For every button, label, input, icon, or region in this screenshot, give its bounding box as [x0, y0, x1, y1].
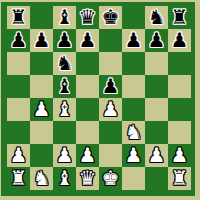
- square-h8[interactable]: ♜: [168, 6, 191, 29]
- square-c7[interactable]: ♟: [53, 29, 76, 52]
- square-b1[interactable]: ♞: [30, 167, 53, 190]
- square-d2[interactable]: ♟: [76, 144, 99, 167]
- white-king[interactable]: ♚: [102, 167, 120, 190]
- square-f7[interactable]: ♟: [122, 29, 145, 52]
- square-f6[interactable]: [122, 52, 145, 75]
- square-e6[interactable]: [99, 52, 122, 75]
- square-d1[interactable]: ♛: [76, 167, 99, 190]
- square-f4[interactable]: [122, 98, 145, 121]
- square-a6[interactable]: [7, 52, 30, 75]
- square-c1[interactable]: ♝: [53, 167, 76, 190]
- square-b4[interactable]: ♟: [30, 98, 53, 121]
- chess-board[interactable]: ♜♝♛♚♞♜♟♟♟♟♟♟♟♞♝♟♟♝♟♞♟♟♟♟♟♟♜♞♝♛♚♜: [7, 6, 191, 190]
- black-pawn[interactable]: ♟: [56, 29, 74, 52]
- white-knight[interactable]: ♞: [125, 121, 143, 144]
- white-pawn[interactable]: ♟: [10, 144, 28, 167]
- square-e7[interactable]: [99, 29, 122, 52]
- black-pawn[interactable]: ♟: [171, 29, 189, 52]
- square-c6[interactable]: ♞: [53, 52, 76, 75]
- square-d6[interactable]: [76, 52, 99, 75]
- square-d5[interactable]: [76, 75, 99, 98]
- black-queen[interactable]: ♛: [79, 6, 97, 29]
- square-g5[interactable]: [145, 75, 168, 98]
- white-rook[interactable]: ♜: [171, 167, 189, 190]
- white-pawn[interactable]: ♟: [102, 98, 120, 121]
- white-pawn[interactable]: ♟: [33, 98, 51, 121]
- square-d8[interactable]: ♛: [76, 6, 99, 29]
- square-f5[interactable]: [122, 75, 145, 98]
- square-e5[interactable]: ♟: [99, 75, 122, 98]
- black-rook[interactable]: ♜: [10, 6, 28, 29]
- square-e3[interactable]: [99, 121, 122, 144]
- square-b7[interactable]: ♟: [30, 29, 53, 52]
- square-a5[interactable]: [7, 75, 30, 98]
- white-rook[interactable]: ♜: [10, 167, 28, 190]
- black-pawn[interactable]: ♟: [79, 29, 97, 52]
- square-f8[interactable]: [122, 6, 145, 29]
- square-b3[interactable]: [30, 121, 53, 144]
- page-background: ♜♝♛♚♞♜♟♟♟♟♟♟♟♞♝♟♟♝♟♞♟♟♟♟♟♟♜♞♝♛♚♜: [0, 0, 200, 200]
- square-f3[interactable]: ♞: [122, 121, 145, 144]
- white-knight[interactable]: ♞: [33, 167, 51, 190]
- square-g8[interactable]: ♞: [145, 6, 168, 29]
- square-h4[interactable]: [168, 98, 191, 121]
- black-bishop[interactable]: ♝: [56, 6, 74, 29]
- black-pawn[interactable]: ♟: [148, 29, 166, 52]
- square-c3[interactable]: [53, 121, 76, 144]
- square-g1[interactable]: [145, 167, 168, 190]
- square-f2[interactable]: ♟: [122, 144, 145, 167]
- square-g7[interactable]: ♟: [145, 29, 168, 52]
- square-c5[interactable]: ♝: [53, 75, 76, 98]
- square-c4[interactable]: ♝: [53, 98, 76, 121]
- square-e4[interactable]: ♟: [99, 98, 122, 121]
- square-a2[interactable]: ♟: [7, 144, 30, 167]
- black-pawn[interactable]: ♟: [102, 75, 120, 98]
- white-queen[interactable]: ♛: [79, 167, 97, 190]
- square-d7[interactable]: ♟: [76, 29, 99, 52]
- square-a3[interactable]: [7, 121, 30, 144]
- square-b5[interactable]: [30, 75, 53, 98]
- square-g4[interactable]: [145, 98, 168, 121]
- white-pawn[interactable]: ♟: [125, 144, 143, 167]
- black-pawn[interactable]: ♟: [10, 29, 28, 52]
- square-c8[interactable]: ♝: [53, 6, 76, 29]
- square-b8[interactable]: [30, 6, 53, 29]
- black-pawn[interactable]: ♟: [33, 29, 51, 52]
- square-e8[interactable]: ♚: [99, 6, 122, 29]
- white-bishop[interactable]: ♝: [56, 167, 74, 190]
- square-d3[interactable]: [76, 121, 99, 144]
- white-pawn[interactable]: ♟: [171, 144, 189, 167]
- black-knight[interactable]: ♞: [56, 52, 74, 75]
- square-h3[interactable]: [168, 121, 191, 144]
- square-e2[interactable]: [99, 144, 122, 167]
- white-pawn[interactable]: ♟: [56, 144, 74, 167]
- square-a7[interactable]: ♟: [7, 29, 30, 52]
- square-h6[interactable]: [168, 52, 191, 75]
- black-bishop[interactable]: ♝: [56, 75, 74, 98]
- square-b6[interactable]: [30, 52, 53, 75]
- square-h2[interactable]: ♟: [168, 144, 191, 167]
- square-a8[interactable]: ♜: [7, 6, 30, 29]
- square-f1[interactable]: [122, 167, 145, 190]
- square-d4[interactable]: [76, 98, 99, 121]
- black-king[interactable]: ♚: [102, 6, 120, 29]
- white-bishop[interactable]: ♝: [56, 98, 74, 121]
- square-h1[interactable]: ♜: [168, 167, 191, 190]
- square-c2[interactable]: ♟: [53, 144, 76, 167]
- square-b2[interactable]: [30, 144, 53, 167]
- white-pawn[interactable]: ♟: [79, 144, 97, 167]
- square-g2[interactable]: ♟: [145, 144, 168, 167]
- black-rook[interactable]: ♜: [171, 6, 189, 29]
- square-h7[interactable]: ♟: [168, 29, 191, 52]
- black-pawn[interactable]: ♟: [125, 29, 143, 52]
- white-pawn[interactable]: ♟: [148, 144, 166, 167]
- square-g6[interactable]: [145, 52, 168, 75]
- black-knight[interactable]: ♞: [148, 6, 166, 29]
- square-e1[interactable]: ♚: [99, 167, 122, 190]
- square-g3[interactable]: [145, 121, 168, 144]
- square-a4[interactable]: [7, 98, 30, 121]
- square-h5[interactable]: [168, 75, 191, 98]
- square-a1[interactable]: ♜: [7, 167, 30, 190]
